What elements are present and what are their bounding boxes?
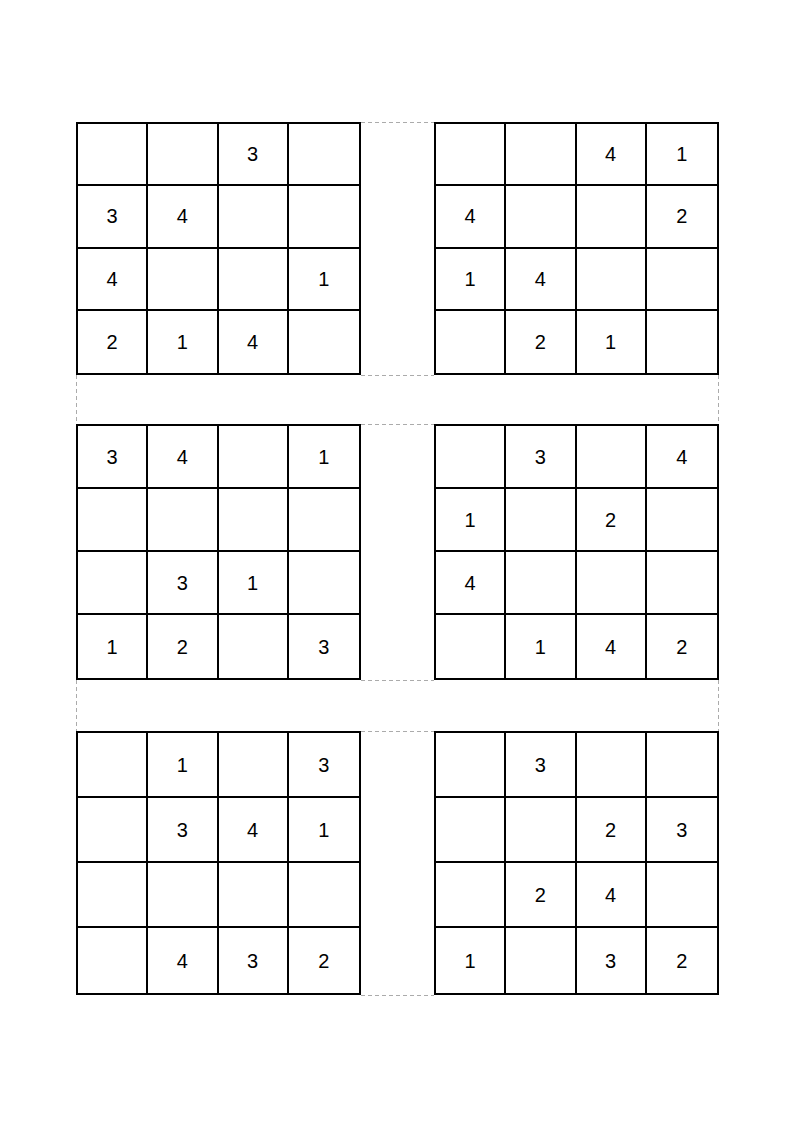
sudoku-cell: 4	[148, 928, 218, 993]
sudoku-cell: 4	[577, 615, 647, 678]
section-separator-row2-top-gap	[361, 424, 434, 425]
sudoku-cell: 2	[647, 186, 717, 248]
sudoku-cell	[436, 615, 506, 678]
sudoku-cell: 1	[506, 615, 576, 678]
section-separator-top-gap	[361, 122, 434, 123]
sudoku-cell: 3	[506, 426, 576, 489]
sudoku-cell: 2	[506, 863, 576, 928]
sudoku-cell	[436, 426, 506, 489]
sudoku-cell: 4	[148, 426, 218, 489]
section-separator-right-band1	[718, 375, 719, 424]
sudoku-cell: 2	[577, 798, 647, 863]
sudoku-cell: 2	[148, 615, 218, 678]
sudoku-cell	[436, 798, 506, 863]
sudoku-cell	[647, 489, 717, 552]
sudoku-cell	[436, 124, 506, 186]
sudoku-cell: 4	[148, 186, 218, 248]
sudoku-cell: 1	[436, 928, 506, 993]
sudoku-cell	[436, 733, 506, 798]
sudoku-grid-6: 32324132	[434, 731, 719, 995]
sudoku-cell	[436, 311, 506, 373]
sudoku-cell	[148, 249, 218, 311]
sudoku-cell	[148, 489, 218, 552]
sudoku-cell: 4	[506, 249, 576, 311]
sudoku-cell	[78, 863, 148, 928]
sudoku-cell: 4	[219, 798, 289, 863]
sudoku-cell: 2	[577, 489, 647, 552]
sudoku-cell: 1	[289, 249, 359, 311]
sudoku-cell: 3	[78, 186, 148, 248]
sudoku-cell	[577, 186, 647, 248]
section-separator-left-band1	[76, 375, 77, 424]
sudoku-cell: 1	[436, 249, 506, 311]
sudoku-cell: 3	[78, 426, 148, 489]
sudoku-cell	[647, 733, 717, 798]
sudoku-cell: 1	[289, 798, 359, 863]
sudoku-cell: 2	[289, 928, 359, 993]
sudoku-cell: 3	[219, 928, 289, 993]
sudoku-cell: 3	[506, 733, 576, 798]
sudoku-cell: 1	[78, 615, 148, 678]
sudoku-cell	[647, 863, 717, 928]
sudoku-cell: 4	[577, 863, 647, 928]
sudoku-cell	[78, 733, 148, 798]
sudoku-cell: 3	[577, 928, 647, 993]
sudoku-worksheet-page: 33441214 41421421 34131123 34124142 1334…	[0, 0, 793, 1122]
sudoku-cell: 3	[647, 798, 717, 863]
sudoku-cell: 1	[219, 552, 289, 615]
sudoku-cell: 2	[647, 615, 717, 678]
sudoku-cell	[78, 124, 148, 186]
sudoku-grid-2: 41421421	[434, 122, 719, 375]
sudoku-cell	[506, 798, 576, 863]
sudoku-cell: 1	[148, 311, 218, 373]
sudoku-grid-3: 34131123	[76, 424, 361, 680]
section-separator-row3-top-gap	[361, 731, 434, 732]
sudoku-cell: 3	[148, 798, 218, 863]
sudoku-cell	[78, 552, 148, 615]
sudoku-cell	[289, 863, 359, 928]
sudoku-cell: 3	[289, 733, 359, 798]
sudoku-cell	[577, 552, 647, 615]
sudoku-cell	[78, 928, 148, 993]
sudoku-cell	[506, 186, 576, 248]
sudoku-cell	[647, 249, 717, 311]
sudoku-cell	[219, 186, 289, 248]
sudoku-cell: 4	[78, 249, 148, 311]
sudoku-cell	[506, 124, 576, 186]
sudoku-cell	[289, 552, 359, 615]
section-separator-row1-bottom-gap	[361, 375, 434, 376]
sudoku-cell	[577, 426, 647, 489]
sudoku-cell: 4	[647, 426, 717, 489]
sudoku-cell	[577, 733, 647, 798]
sudoku-cell: 1	[436, 489, 506, 552]
sudoku-cell	[148, 124, 218, 186]
sudoku-cell: 2	[506, 311, 576, 373]
sudoku-grid-4: 34124142	[434, 424, 719, 680]
sudoku-cell	[219, 489, 289, 552]
sudoku-cell: 3	[289, 615, 359, 678]
section-separator-bottom-gap	[361, 995, 434, 996]
sudoku-cell: 2	[78, 311, 148, 373]
sudoku-cell	[219, 863, 289, 928]
sudoku-cell	[647, 311, 717, 373]
sudoku-cell	[289, 124, 359, 186]
sudoku-cell: 1	[577, 311, 647, 373]
sudoku-cell	[289, 489, 359, 552]
sudoku-cell	[506, 552, 576, 615]
section-separator-left-band2	[76, 680, 77, 731]
sudoku-cell	[577, 249, 647, 311]
sudoku-cell	[148, 863, 218, 928]
sudoku-cell	[219, 426, 289, 489]
sudoku-cell: 2	[647, 928, 717, 993]
sudoku-cell: 3	[219, 124, 289, 186]
sudoku-cell: 3	[148, 552, 218, 615]
sudoku-grid-1: 33441214	[76, 122, 361, 375]
sudoku-cell: 4	[577, 124, 647, 186]
sudoku-cell	[219, 733, 289, 798]
sudoku-cell	[219, 615, 289, 678]
sudoku-cell: 1	[289, 426, 359, 489]
sudoku-grid-5: 13341432	[76, 731, 361, 995]
sudoku-cell	[219, 249, 289, 311]
sudoku-cell	[289, 311, 359, 373]
sudoku-cell	[78, 489, 148, 552]
sudoku-cell	[506, 489, 576, 552]
sudoku-cell	[78, 798, 148, 863]
sudoku-cell	[647, 552, 717, 615]
sudoku-cell	[506, 928, 576, 993]
sudoku-cell: 4	[219, 311, 289, 373]
sudoku-cell: 4	[436, 186, 506, 248]
sudoku-cell	[289, 186, 359, 248]
sudoku-cell: 4	[436, 552, 506, 615]
sudoku-cell	[436, 863, 506, 928]
section-separator-row2-bottom-gap	[361, 680, 434, 681]
section-separator-right-band2	[718, 680, 719, 731]
sudoku-cell: 1	[647, 124, 717, 186]
sudoku-cell: 1	[148, 733, 218, 798]
